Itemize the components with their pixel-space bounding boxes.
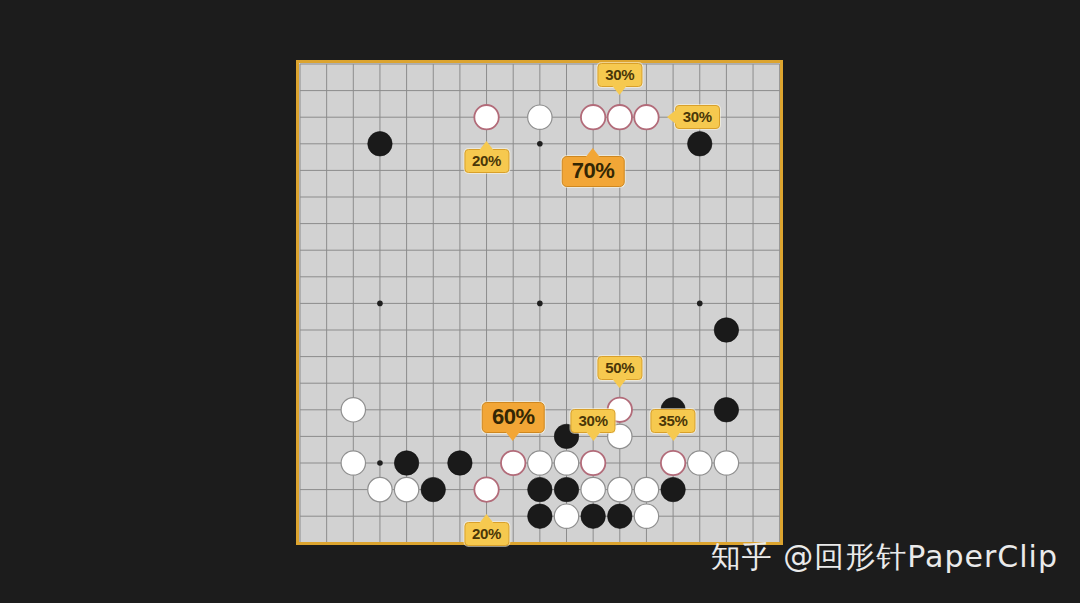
star-point xyxy=(377,460,383,466)
black-stone xyxy=(714,318,738,342)
black-stone xyxy=(581,504,605,528)
star-point xyxy=(537,301,543,307)
winrate-label: 35% xyxy=(651,409,696,433)
winrate-label: 30% xyxy=(571,409,616,433)
star-point xyxy=(377,301,383,307)
winrate-label: 50% xyxy=(597,356,642,380)
black-stone xyxy=(528,504,552,528)
highlighted-white-stone xyxy=(634,105,658,129)
winrate-label: 60% xyxy=(482,402,545,433)
go-board-svg xyxy=(299,63,780,542)
star-point xyxy=(697,301,703,307)
label-arrow xyxy=(586,432,600,441)
winrate-label-text: 20% xyxy=(472,152,501,169)
white-stone xyxy=(368,477,392,501)
label-arrow xyxy=(667,110,676,124)
winrate-label-text: 30% xyxy=(579,412,608,429)
watermark: 知乎 @回形针PaperClip xyxy=(711,537,1058,578)
black-stone xyxy=(608,504,632,528)
black-stone xyxy=(688,132,712,156)
black-stone xyxy=(448,451,472,475)
winrate-label-text: 30% xyxy=(605,66,634,83)
label-arrow xyxy=(613,379,627,388)
white-stone xyxy=(528,451,552,475)
white-stone xyxy=(341,451,365,475)
highlighted-white-stone xyxy=(608,105,632,129)
winrate-label-text: 60% xyxy=(492,404,535,429)
label-arrow xyxy=(480,514,494,523)
winrate-label: 20% xyxy=(464,522,509,546)
highlighted-white-stone xyxy=(581,105,605,129)
highlighted-white-stone xyxy=(474,477,498,501)
winrate-label: 30% xyxy=(675,105,720,129)
white-stone xyxy=(608,477,632,501)
winrate-label-text: 50% xyxy=(605,359,634,376)
winrate-label-text: 30% xyxy=(683,108,712,125)
label-arrow xyxy=(586,148,600,157)
white-stone xyxy=(581,477,605,501)
winrate-label-text: 70% xyxy=(572,158,615,183)
white-stone xyxy=(554,451,578,475)
black-stone xyxy=(368,132,392,156)
black-stone xyxy=(528,477,552,501)
winrate-label-text: 35% xyxy=(659,412,688,429)
white-stone xyxy=(528,105,552,129)
white-stone xyxy=(688,451,712,475)
highlighted-white-stone xyxy=(501,451,525,475)
page-background: 30%30%20%70%50%60%30%35%20% 知乎 @回形针Paper… xyxy=(0,0,1080,603)
winrate-label: 20% xyxy=(464,149,509,173)
winrate-label: 70% xyxy=(562,156,625,187)
go-board xyxy=(296,60,783,545)
black-stone xyxy=(421,477,445,501)
white-stone xyxy=(554,504,578,528)
star-point xyxy=(537,141,543,147)
black-stone xyxy=(661,477,685,501)
label-arrow xyxy=(506,432,520,441)
label-arrow xyxy=(480,141,494,150)
white-stone xyxy=(394,477,418,501)
label-arrow xyxy=(666,432,680,441)
highlighted-white-stone xyxy=(661,451,685,475)
winrate-label-text: 20% xyxy=(472,525,501,542)
black-stone xyxy=(714,398,738,422)
label-arrow xyxy=(613,86,627,95)
white-stone xyxy=(714,451,738,475)
black-stone xyxy=(394,451,418,475)
black-stone xyxy=(554,477,578,501)
white-stone xyxy=(634,504,658,528)
white-stone xyxy=(341,398,365,422)
winrate-label: 30% xyxy=(597,63,642,87)
white-stone xyxy=(634,477,658,501)
highlighted-white-stone xyxy=(581,451,605,475)
highlighted-white-stone xyxy=(474,105,498,129)
